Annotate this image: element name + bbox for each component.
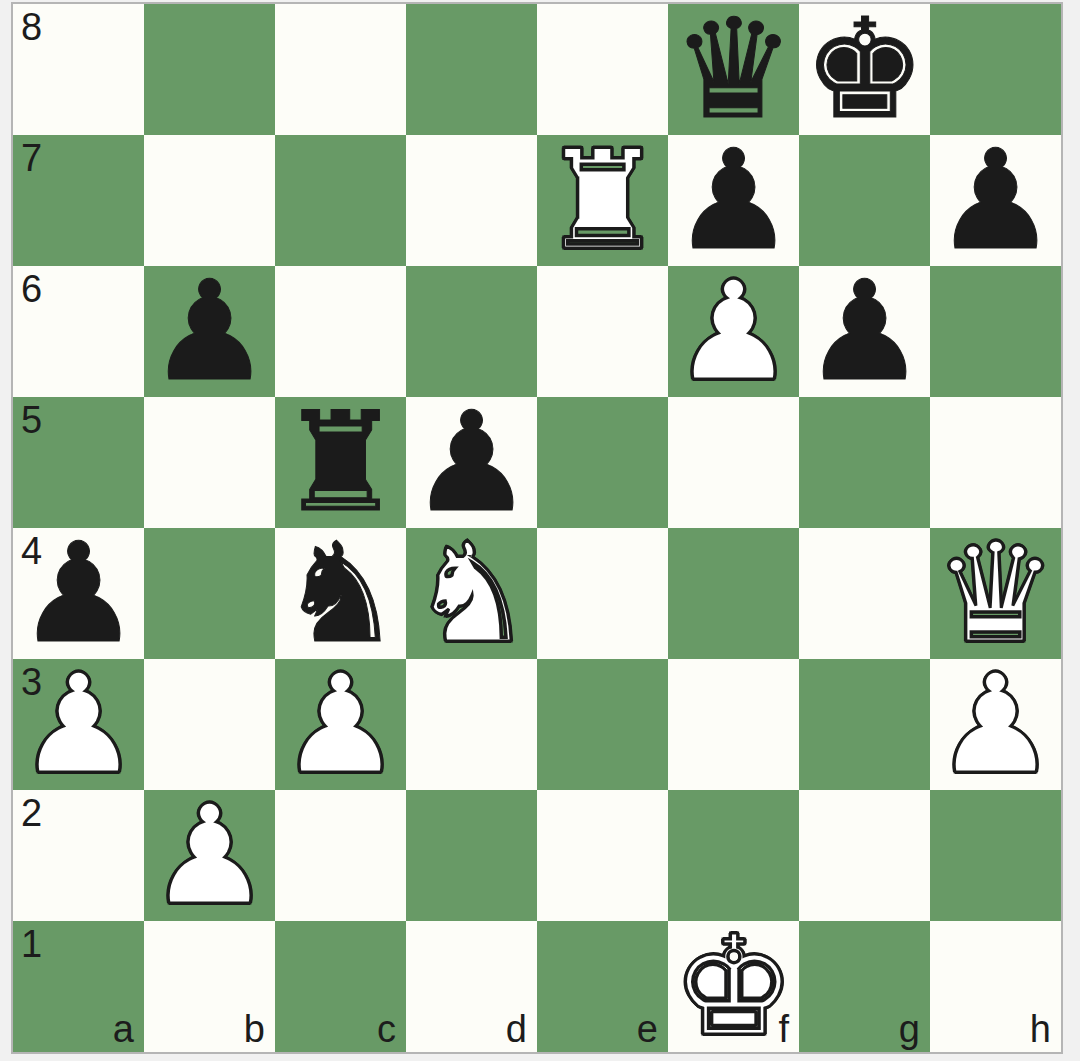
file-label-d: d — [506, 1010, 527, 1048]
square-f8[interactable]: ♛ — [668, 4, 799, 135]
square-g4[interactable] — [799, 528, 930, 659]
square-f4[interactable] — [668, 528, 799, 659]
square-h6[interactable] — [930, 266, 1061, 397]
square-h8[interactable] — [930, 4, 1061, 135]
square-a6[interactable]: 6 — [13, 266, 144, 397]
square-c4[interactable]: ♞ — [275, 528, 406, 659]
file-label-a: a — [113, 1010, 134, 1048]
file-label-h: h — [1030, 1010, 1051, 1048]
piece-white-rook-e7[interactable]: ♜ — [537, 135, 668, 266]
square-b2[interactable]: ♟ — [144, 790, 275, 921]
chess-board-frame: 8♛♚7♜♟♟6♟♟♟5♜♟4♟♞♞♛3♟♟♟2♟1abcdef♚gh — [11, 2, 1063, 1054]
piece-black-pawn-f7[interactable]: ♟ — [668, 135, 799, 266]
chess-board: 8♛♚7♜♟♟6♟♟♟5♜♟4♟♞♞♛3♟♟♟2♟1abcdef♚gh — [13, 4, 1061, 1052]
piece-white-pawn-f6[interactable]: ♟ — [668, 266, 799, 397]
rank-label-6: 6 — [21, 270, 42, 308]
square-e5[interactable] — [537, 397, 668, 528]
square-e4[interactable] — [537, 528, 668, 659]
rank-label-4: 4 — [21, 532, 42, 570]
square-f1[interactable]: f♚ — [668, 921, 799, 1052]
square-d3[interactable] — [406, 659, 537, 790]
square-g5[interactable] — [799, 397, 930, 528]
square-g1[interactable]: g — [799, 921, 930, 1052]
square-d7[interactable] — [406, 135, 537, 266]
square-d4[interactable]: ♞ — [406, 528, 537, 659]
square-b6[interactable]: ♟ — [144, 266, 275, 397]
square-h1[interactable]: h — [930, 921, 1061, 1052]
square-e8[interactable] — [537, 4, 668, 135]
square-e2[interactable] — [537, 790, 668, 921]
piece-black-knight-c4[interactable]: ♞ — [275, 528, 406, 659]
piece-white-pawn-b2[interactable]: ♟ — [144, 790, 275, 921]
square-f6[interactable]: ♟ — [668, 266, 799, 397]
square-g7[interactable] — [799, 135, 930, 266]
square-h2[interactable] — [930, 790, 1061, 921]
piece-black-pawn-b6[interactable]: ♟ — [144, 266, 275, 397]
square-c8[interactable] — [275, 4, 406, 135]
square-e3[interactable] — [537, 659, 668, 790]
piece-white-knight-d4[interactable]: ♞ — [406, 528, 537, 659]
square-b7[interactable] — [144, 135, 275, 266]
file-label-f: f — [778, 1010, 789, 1048]
rank-label-5: 5 — [21, 401, 42, 439]
piece-white-pawn-h3[interactable]: ♟ — [930, 659, 1061, 790]
square-b8[interactable] — [144, 4, 275, 135]
file-label-e: e — [637, 1010, 658, 1048]
piece-black-pawn-h7[interactable]: ♟ — [930, 135, 1061, 266]
square-c3[interactable]: ♟ — [275, 659, 406, 790]
square-a2[interactable]: 2 — [13, 790, 144, 921]
square-g3[interactable] — [799, 659, 930, 790]
square-b3[interactable] — [144, 659, 275, 790]
square-c2[interactable] — [275, 790, 406, 921]
piece-white-queen-h4[interactable]: ♛ — [930, 528, 1061, 659]
square-c5[interactable]: ♜ — [275, 397, 406, 528]
piece-black-pawn-g6[interactable]: ♟ — [799, 266, 930, 397]
square-a8[interactable]: 8 — [13, 4, 144, 135]
chess-app-page: 8♛♚7♜♟♟6♟♟♟5♜♟4♟♞♞♛3♟♟♟2♟1abcdef♚gh — [0, 0, 1080, 1061]
square-b4[interactable] — [144, 528, 275, 659]
square-h3[interactable]: ♟ — [930, 659, 1061, 790]
square-d2[interactable] — [406, 790, 537, 921]
file-label-g: g — [899, 1010, 920, 1048]
square-d8[interactable] — [406, 4, 537, 135]
square-g6[interactable]: ♟ — [799, 266, 930, 397]
square-h5[interactable] — [930, 397, 1061, 528]
square-a7[interactable]: 7 — [13, 135, 144, 266]
square-e7[interactable]: ♜ — [537, 135, 668, 266]
square-f2[interactable] — [668, 790, 799, 921]
rank-label-8: 8 — [21, 8, 42, 46]
square-c7[interactable] — [275, 135, 406, 266]
piece-black-queen-f8[interactable]: ♛ — [668, 4, 799, 135]
file-label-b: b — [244, 1010, 265, 1048]
square-c1[interactable]: c — [275, 921, 406, 1052]
square-f7[interactable]: ♟ — [668, 135, 799, 266]
square-d5[interactable]: ♟ — [406, 397, 537, 528]
piece-white-pawn-c3[interactable]: ♟ — [275, 659, 406, 790]
square-b1[interactable]: b — [144, 921, 275, 1052]
square-d1[interactable]: d — [406, 921, 537, 1052]
rank-label-3: 3 — [21, 663, 42, 701]
square-g2[interactable] — [799, 790, 930, 921]
square-h7[interactable]: ♟ — [930, 135, 1061, 266]
piece-black-rook-c5[interactable]: ♜ — [275, 397, 406, 528]
square-a3[interactable]: 3♟ — [13, 659, 144, 790]
square-b5[interactable] — [144, 397, 275, 528]
rank-label-7: 7 — [21, 139, 42, 177]
rank-label-1: 1 — [21, 925, 42, 963]
rank-label-2: 2 — [21, 794, 42, 832]
square-d6[interactable] — [406, 266, 537, 397]
square-e6[interactable] — [537, 266, 668, 397]
square-h4[interactable]: ♛ — [930, 528, 1061, 659]
square-a5[interactable]: 5 — [13, 397, 144, 528]
square-g8[interactable]: ♚ — [799, 4, 930, 135]
piece-black-king-g8[interactable]: ♚ — [799, 4, 930, 135]
square-e1[interactable]: e — [537, 921, 668, 1052]
square-a1[interactable]: 1a — [13, 921, 144, 1052]
square-c6[interactable] — [275, 266, 406, 397]
square-a4[interactable]: 4♟ — [13, 528, 144, 659]
square-f3[interactable] — [668, 659, 799, 790]
piece-black-pawn-d5[interactable]: ♟ — [406, 397, 537, 528]
square-f5[interactable] — [668, 397, 799, 528]
file-label-c: c — [377, 1010, 396, 1048]
